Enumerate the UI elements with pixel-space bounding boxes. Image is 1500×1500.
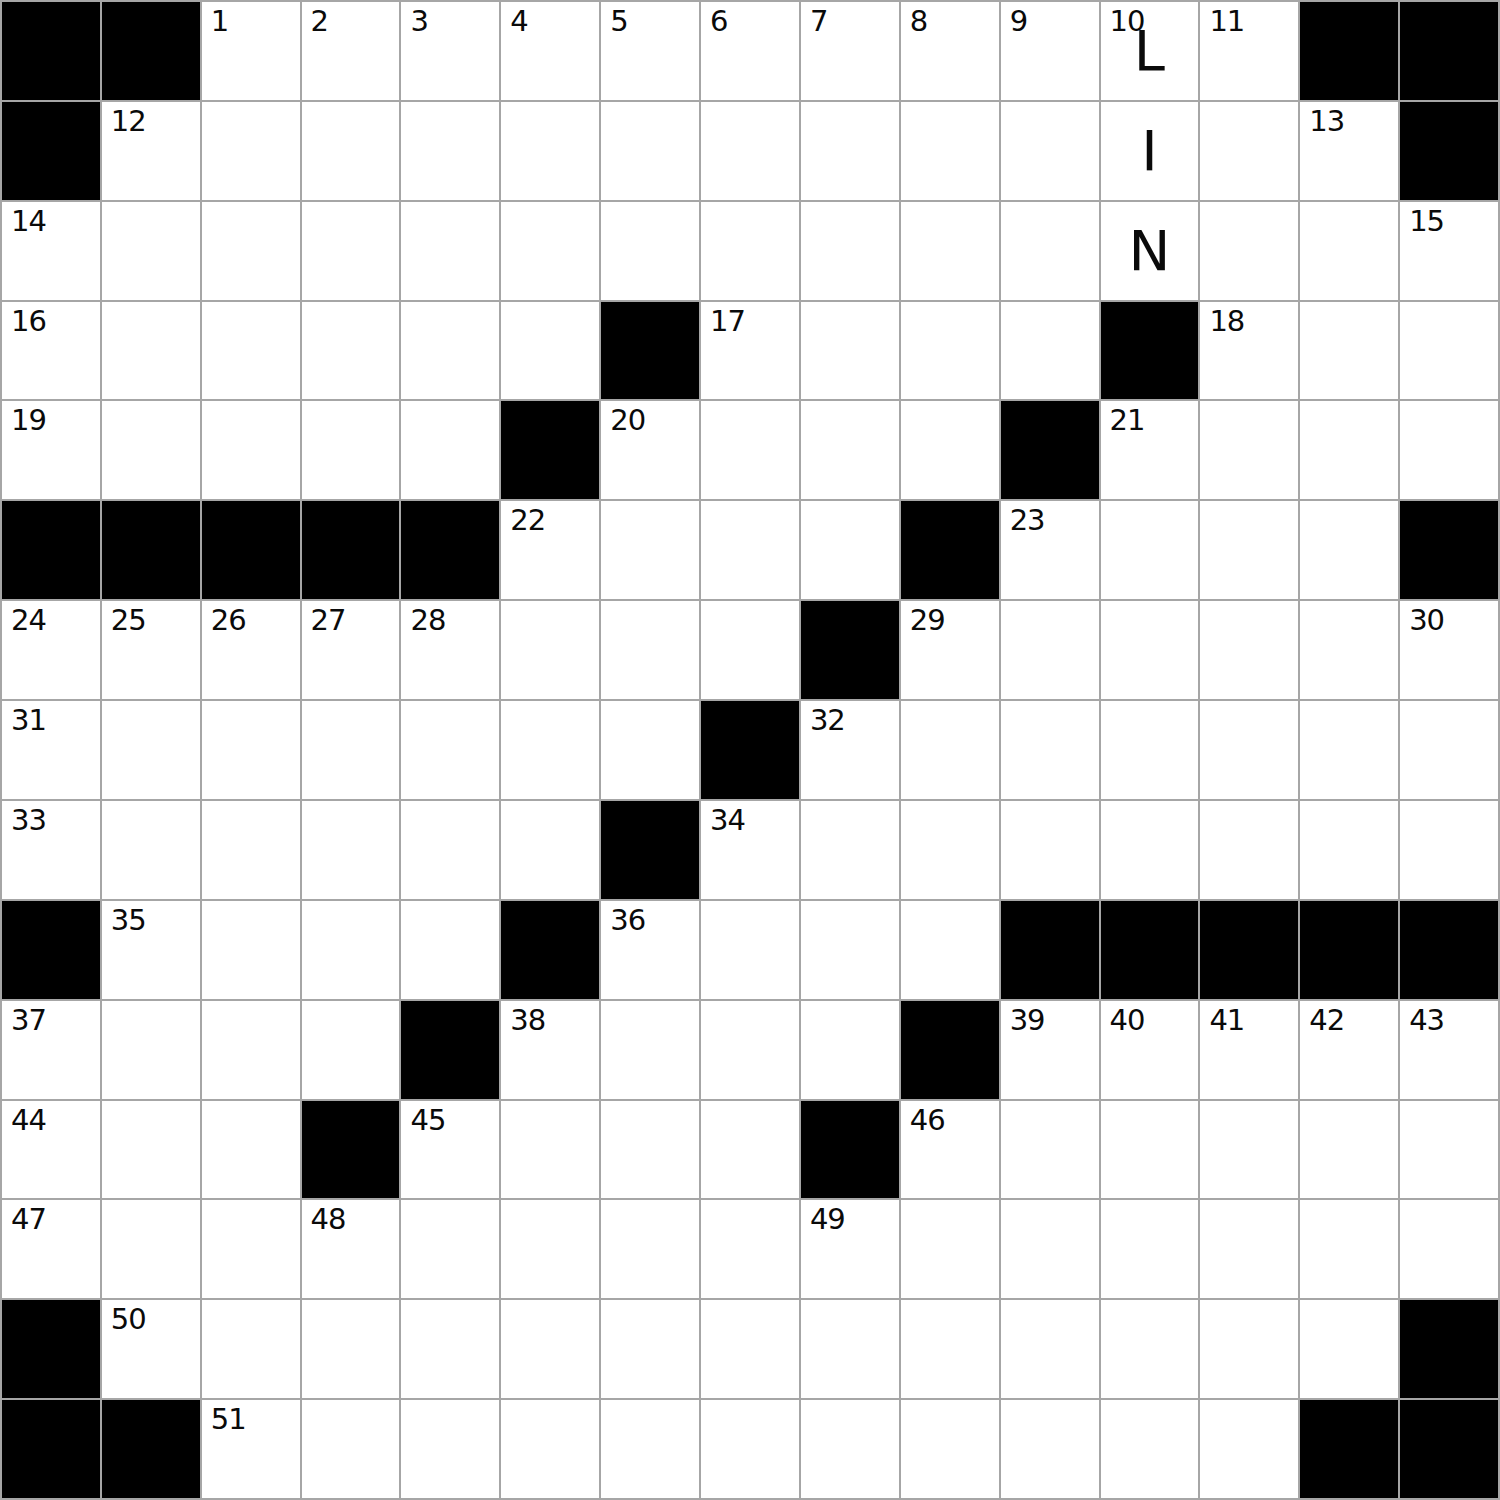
cell-r13c7[interactable] [601,1200,699,1298]
clue-number: 8 [910,7,927,36]
cell-r12c10[interactable]: 46 [901,1101,999,1199]
clue-number: 23 [1010,506,1045,535]
cell-r14c7[interactable] [601,1300,699,1398]
cell-r15c6[interactable] [501,1400,599,1498]
cell-r7c3[interactable]: 26 [202,601,300,699]
cell-r8c12[interactable] [1101,701,1199,799]
clue-number: 51 [211,1405,246,1434]
cell-r7c8[interactable] [701,601,799,699]
black-cell-r10c15 [1400,901,1498,999]
black-cell-r2c15 [1400,102,1498,200]
cell-r3c14[interactable] [1300,202,1398,300]
clue-number: 41 [1209,1006,1244,1035]
cell-r1c9[interactable]: 7 [801,2,899,100]
cell-r11c15[interactable]: 43 [1400,1001,1498,1099]
cell-r7c6[interactable] [501,601,599,699]
cell-r5c15[interactable] [1400,401,1498,499]
cell-r13c15[interactable] [1400,1200,1498,1298]
cell-r10c3[interactable] [202,901,300,999]
cell-r9c15[interactable] [1400,801,1498,899]
black-cell-r14c1 [2,1300,100,1398]
clue-number: 47 [11,1205,46,1234]
clue-number: 4 [510,7,527,36]
black-cell-r10c12 [1101,901,1199,999]
clue-number: 42 [1309,1006,1344,1035]
cell-r5c8[interactable] [701,401,799,499]
cell-r9c2[interactable] [102,801,200,899]
cell-r4c2[interactable] [102,302,200,400]
cell-r11c9[interactable] [801,1001,899,1099]
cell-r7c2[interactable]: 25 [102,601,200,699]
cell-r12c3[interactable] [202,1101,300,1199]
black-cell-r10c6 [501,901,599,999]
clue-number: 18 [1209,307,1244,336]
cell-r14c13[interactable] [1200,1300,1298,1398]
cell-r4c10[interactable] [901,302,999,400]
cell-r5c14[interactable] [1300,401,1398,499]
cell-r3c12[interactable]: N [1101,202,1199,300]
cell-r4c5[interactable] [401,302,499,400]
cell-r14c3[interactable] [202,1300,300,1398]
cell-r9c12[interactable] [1101,801,1199,899]
clue-number: 45 [410,1106,445,1135]
cell-r1c6[interactable]: 4 [501,2,599,100]
cell-r4c3[interactable] [202,302,300,400]
cell-r3c2[interactable] [102,202,200,300]
cell-r8c4[interactable] [302,701,400,799]
clue-number: 22 [510,506,545,535]
cell-r11c3[interactable] [202,1001,300,1099]
cell-r4c14[interactable] [1300,302,1398,400]
cell-r13c9[interactable]: 49 [801,1200,899,1298]
cell-r13c5[interactable] [401,1200,499,1298]
cell-r9c8[interactable]: 34 [701,801,799,899]
cell-r8c7[interactable] [601,701,699,799]
cell-r6c7[interactable] [601,501,699,599]
cell-r13c3[interactable] [202,1200,300,1298]
cell-r15c12[interactable] [1101,1400,1199,1498]
cell-r14c14[interactable] [1300,1300,1398,1398]
black-cell-r6c5 [401,501,499,599]
black-cell-r11c10 [901,1001,999,1099]
cell-r2c14[interactable]: 13 [1300,102,1398,200]
cell-r3c11[interactable] [1001,202,1099,300]
cell-r6c9[interactable] [801,501,899,599]
black-cell-r1c1 [2,2,100,100]
cell-r9c3[interactable] [202,801,300,899]
cell-r8c11[interactable] [1001,701,1099,799]
clue-number: 27 [311,606,346,635]
cell-r9c13[interactable] [1200,801,1298,899]
cell-r11c13[interactable]: 41 [1200,1001,1298,1099]
clue-number: 36 [610,906,645,935]
cell-r5c1[interactable]: 19 [2,401,100,499]
cell-r2c8[interactable] [701,102,799,200]
clue-number: 21 [1110,406,1145,435]
black-cell-r8c8 [701,701,799,799]
cell-r13c13[interactable] [1200,1200,1298,1298]
cell-r9c5[interactable] [401,801,499,899]
cell-r10c4[interactable] [302,901,400,999]
clue-number: 13 [1309,107,1344,136]
cell-r12c7[interactable] [601,1101,699,1199]
cell-r7c4[interactable]: 27 [302,601,400,699]
black-cell-r6c2 [102,501,200,599]
cell-r7c15[interactable]: 30 [1400,601,1498,699]
cell-r13c1[interactable]: 47 [2,1200,100,1298]
cell-r13c2[interactable] [102,1200,200,1298]
cell-r3c13[interactable] [1200,202,1298,300]
black-cell-r6c1 [2,501,100,599]
cell-r14c12[interactable] [1101,1300,1199,1398]
cell-r5c9[interactable] [801,401,899,499]
cell-r1c4[interactable]: 2 [302,2,400,100]
cell-r13c14[interactable] [1300,1200,1398,1298]
cell-r2c9[interactable] [801,102,899,200]
black-cell-r10c1 [2,901,100,999]
cell-r2c13[interactable] [1200,102,1298,200]
black-cell-r10c14 [1300,901,1398,999]
cell-r3c5[interactable] [401,202,499,300]
cell-r6c11[interactable]: 23 [1001,501,1099,599]
cell-r3c4[interactable] [302,202,400,300]
cell-r3c10[interactable] [901,202,999,300]
clue-number: 7 [810,7,827,36]
cell-r8c2[interactable] [102,701,200,799]
cell-r10c9[interactable] [801,901,899,999]
cell-r15c10[interactable] [901,1400,999,1498]
cell-r3c1[interactable]: 14 [2,202,100,300]
cell-r14c11[interactable] [1001,1300,1099,1398]
cell-r7c11[interactable] [1001,601,1099,699]
cell-r14c5[interactable] [401,1300,499,1398]
clue-number: 29 [910,606,945,635]
cell-r11c14[interactable]: 42 [1300,1001,1398,1099]
black-cell-r2c1 [2,102,100,200]
cell-letter: L [1101,2,1199,100]
clue-number: 20 [610,406,645,435]
cell-r1c11[interactable]: 9 [1001,2,1099,100]
black-cell-r5c6 [501,401,599,499]
cell-r2c5[interactable] [401,102,499,200]
cell-r14c8[interactable] [701,1300,799,1398]
cell-r9c1[interactable]: 33 [2,801,100,899]
cell-r12c14[interactable] [1300,1101,1398,1199]
cell-r1c7[interactable]: 5 [601,2,699,100]
cell-r8c3[interactable] [202,701,300,799]
clue-number: 11 [1209,7,1244,36]
cell-r8c15[interactable] [1400,701,1498,799]
clue-number: 14 [11,207,46,236]
crossword-board: 12345678910L1112I1314N151617181920212223… [0,0,1500,1500]
cell-r8c1[interactable]: 31 [2,701,100,799]
cell-r4c13[interactable]: 18 [1200,302,1298,400]
black-cell-r15c15 [1400,1400,1498,1498]
clue-number: 33 [11,806,46,835]
clue-number: 31 [11,706,46,735]
cell-r9c11[interactable] [1001,801,1099,899]
cell-r6c14[interactable] [1300,501,1398,599]
cell-r9c10[interactable] [901,801,999,899]
cell-r5c7[interactable]: 20 [601,401,699,499]
cell-r14c2[interactable]: 50 [102,1300,200,1398]
cell-r10c2[interactable]: 35 [102,901,200,999]
cell-r2c12[interactable]: I [1101,102,1199,200]
cell-r4c1[interactable]: 16 [2,302,100,400]
black-cell-r11c5 [401,1001,499,1099]
cell-r15c9[interactable] [801,1400,899,1498]
cell-r15c13[interactable] [1200,1400,1298,1498]
cell-r3c7[interactable] [601,202,699,300]
cell-r4c4[interactable] [302,302,400,400]
clue-number: 40 [1110,1006,1145,1035]
cell-r15c8[interactable] [701,1400,799,1498]
cell-r5c2[interactable] [102,401,200,499]
black-cell-r1c2 [102,2,200,100]
clue-number: 30 [1409,606,1444,635]
cell-r4c15[interactable] [1400,302,1498,400]
cell-r14c10[interactable] [901,1300,999,1398]
clue-number: 19 [11,406,46,435]
cell-r14c9[interactable] [801,1300,899,1398]
cell-r11c6[interactable]: 38 [501,1001,599,1099]
cell-r12c5[interactable]: 45 [401,1101,499,1199]
cell-r2c11[interactable] [1001,102,1099,200]
clue-number: 28 [410,606,445,635]
clue-number: 43 [1409,1006,1444,1035]
cell-r11c4[interactable] [302,1001,400,1099]
cell-r15c7[interactable] [601,1400,699,1498]
clue-number: 15 [1409,207,1444,236]
black-cell-r4c12 [1101,302,1199,400]
cell-r6c6[interactable]: 22 [501,501,599,599]
clue-number: 1 [211,7,228,36]
cell-r4c6[interactable] [501,302,599,400]
cell-r2c10[interactable] [901,102,999,200]
clue-number: 38 [510,1006,545,1035]
cell-r11c11[interactable]: 39 [1001,1001,1099,1099]
black-cell-r6c10 [901,501,999,599]
clue-number: 49 [810,1205,845,1234]
black-cell-r15c14 [1300,1400,1398,1498]
cell-r2c2[interactable]: 12 [102,102,200,200]
cell-r6c13[interactable] [1200,501,1298,599]
cell-r10c8[interactable] [701,901,799,999]
black-cell-r15c1 [2,1400,100,1498]
clue-number: 34 [710,806,745,835]
black-cell-r6c3 [202,501,300,599]
cell-r12c2[interactable] [102,1101,200,1199]
cell-r4c11[interactable] [1001,302,1099,400]
cell-r7c14[interactable] [1300,601,1398,699]
cell-r7c10[interactable]: 29 [901,601,999,699]
clue-number: 44 [11,1106,46,1135]
cell-r13c10[interactable] [901,1200,999,1298]
cell-r3c6[interactable] [501,202,599,300]
clue-number: 25 [111,606,146,635]
cell-r5c10[interactable] [901,401,999,499]
clue-number: 50 [111,1305,146,1334]
cell-r1c13[interactable]: 11 [1200,2,1298,100]
clue-number: 6 [710,7,727,36]
black-cell-r10c13 [1200,901,1298,999]
cell-r15c3[interactable]: 51 [202,1400,300,1498]
cell-r5c3[interactable] [202,401,300,499]
cell-r13c11[interactable] [1001,1200,1099,1298]
cell-letter: I [1101,102,1199,200]
cell-r1c8[interactable]: 6 [701,2,799,100]
black-cell-r7c9 [801,601,899,699]
cell-r8c13[interactable] [1200,701,1298,799]
black-cell-r9c7 [601,801,699,899]
cell-r13c12[interactable] [1101,1200,1199,1298]
cell-r12c8[interactable] [701,1101,799,1199]
cell-r7c13[interactable] [1200,601,1298,699]
clue-number: 26 [211,606,246,635]
cell-letter: N [1101,202,1199,300]
black-cell-r6c15 [1400,501,1498,599]
clue-number: 2 [311,7,328,36]
cell-r14c4[interactable] [302,1300,400,1398]
cell-r6c12[interactable] [1101,501,1199,599]
cell-r1c3[interactable]: 1 [202,2,300,100]
cell-r1c10[interactable]: 8 [901,2,999,100]
cell-r13c6[interactable] [501,1200,599,1298]
cell-r9c14[interactable] [1300,801,1398,899]
cell-r8c5[interactable] [401,701,499,799]
black-cell-r14c15 [1400,1300,1498,1398]
clue-number: 24 [11,606,46,635]
clue-number: 9 [1010,7,1027,36]
cell-r4c9[interactable] [801,302,899,400]
cell-r3c8[interactable] [701,202,799,300]
clue-number: 39 [1010,1006,1045,1035]
cell-r5c13[interactable] [1200,401,1298,499]
cell-r15c5[interactable] [401,1400,499,1498]
cell-r10c5[interactable] [401,901,499,999]
cell-r7c12[interactable] [1101,601,1199,699]
cell-r5c5[interactable] [401,401,499,499]
cell-r13c4[interactable]: 48 [302,1200,400,1298]
black-cell-r15c2 [102,1400,200,1498]
clue-number: 16 [11,307,46,336]
cell-r11c7[interactable] [601,1001,699,1099]
black-cell-r4c7 [601,302,699,400]
clue-number: 12 [111,107,146,136]
cell-r11c1[interactable]: 37 [2,1001,100,1099]
cell-r1c5[interactable]: 3 [401,2,499,100]
cell-r12c12[interactable] [1101,1101,1199,1199]
cell-r3c15[interactable]: 15 [1400,202,1498,300]
cell-r8c14[interactable] [1300,701,1398,799]
clue-number: 37 [11,1006,46,1035]
cell-r12c13[interactable] [1200,1101,1298,1199]
cell-r12c15[interactable] [1400,1101,1498,1199]
clue-number: 17 [710,307,745,336]
clue-number: 48 [311,1205,346,1234]
cell-r4c8[interactable]: 17 [701,302,799,400]
clue-number: 35 [111,906,146,935]
cell-r2c4[interactable] [302,102,400,200]
cell-r8c9[interactable]: 32 [801,701,899,799]
cell-r12c11[interactable] [1001,1101,1099,1199]
black-cell-r6c4 [302,501,400,599]
cell-r3c9[interactable] [801,202,899,300]
cell-r5c4[interactable] [302,401,400,499]
cell-r12c1[interactable]: 44 [2,1101,100,1199]
black-cell-r10c11 [1001,901,1099,999]
clue-number: 32 [810,706,845,735]
cell-r9c4[interactable] [302,801,400,899]
cell-r5c12[interactable]: 21 [1101,401,1199,499]
clue-number: 46 [910,1106,945,1135]
cell-r11c2[interactable] [102,1001,200,1099]
cell-r8c6[interactable] [501,701,599,799]
cell-r12c6[interactable] [501,1101,599,1199]
cell-r7c1[interactable]: 24 [2,601,100,699]
cell-r8c10[interactable] [901,701,999,799]
cell-r7c5[interactable]: 28 [401,601,499,699]
cell-r10c7[interactable]: 36 [601,901,699,999]
cell-r11c12[interactable]: 40 [1101,1001,1199,1099]
cell-r3c3[interactable] [202,202,300,300]
black-cell-r5c11 [1001,401,1099,499]
black-cell-r12c9 [801,1101,899,1199]
cell-r14c6[interactable] [501,1300,599,1398]
black-cell-r1c14 [1300,2,1398,100]
black-cell-r1c15 [1400,2,1498,100]
cell-r2c6[interactable] [501,102,599,200]
black-cell-r12c4 [302,1101,400,1199]
cell-r11c8[interactable] [701,1001,799,1099]
cell-r9c6[interactable] [501,801,599,899]
cell-r13c8[interactable] [701,1200,799,1298]
cell-r2c7[interactable] [601,102,699,200]
cell-r10c10[interactable] [901,901,999,999]
cell-r1c12[interactable]: 10L [1101,2,1199,100]
cell-r15c4[interactable] [302,1400,400,1498]
cell-r15c11[interactable] [1001,1400,1099,1498]
cell-r2c3[interactable] [202,102,300,200]
cell-r6c8[interactable] [701,501,799,599]
clue-number: 5 [610,7,627,36]
clue-number: 3 [410,7,427,36]
cell-r7c7[interactable] [601,601,699,699]
cell-r9c9[interactable] [801,801,899,899]
